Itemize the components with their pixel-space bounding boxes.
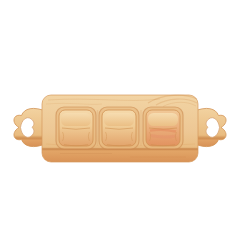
compartment-3-lip [148,113,178,126]
compartment-2-lip [104,113,134,126]
wooden-tray-product-photo [0,0,240,240]
compartment-3 [143,107,183,149]
compartment-2 [99,107,139,149]
tray-illustration [0,0,240,240]
compartment-1 [56,107,96,149]
compartment-1-lip [61,113,91,126]
